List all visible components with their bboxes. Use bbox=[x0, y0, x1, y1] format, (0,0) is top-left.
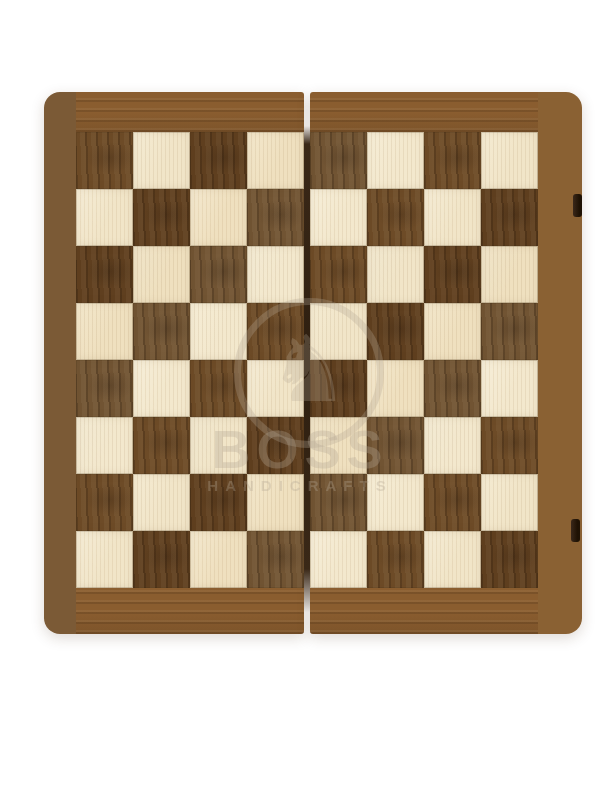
frame-rail-right bbox=[538, 92, 582, 634]
square bbox=[424, 474, 481, 531]
square bbox=[367, 417, 424, 474]
chess-board bbox=[44, 92, 582, 634]
square bbox=[190, 474, 247, 531]
square bbox=[190, 360, 247, 417]
square bbox=[310, 246, 367, 303]
square bbox=[424, 189, 481, 246]
square bbox=[76, 360, 133, 417]
square bbox=[367, 474, 424, 531]
square bbox=[424, 246, 481, 303]
square bbox=[367, 360, 424, 417]
frame-band-top-right bbox=[310, 92, 538, 132]
square bbox=[247, 531, 304, 588]
square bbox=[424, 417, 481, 474]
square bbox=[76, 246, 133, 303]
square bbox=[133, 474, 190, 531]
square bbox=[424, 360, 481, 417]
square bbox=[310, 531, 367, 588]
square bbox=[76, 474, 133, 531]
product-photo-scene: ♞ BOSS HANDICRAFTS bbox=[0, 0, 600, 800]
square bbox=[76, 189, 133, 246]
square bbox=[481, 303, 538, 360]
square bbox=[76, 417, 133, 474]
square bbox=[424, 303, 481, 360]
square bbox=[481, 531, 538, 588]
board-half-left bbox=[44, 92, 304, 634]
square bbox=[76, 531, 133, 588]
square bbox=[310, 360, 367, 417]
square bbox=[133, 189, 190, 246]
square bbox=[190, 417, 247, 474]
square bbox=[247, 303, 304, 360]
square bbox=[481, 189, 538, 246]
square bbox=[481, 360, 538, 417]
square bbox=[247, 132, 304, 189]
square bbox=[247, 246, 304, 303]
square bbox=[310, 417, 367, 474]
square bbox=[424, 531, 481, 588]
square bbox=[367, 246, 424, 303]
square bbox=[367, 132, 424, 189]
square bbox=[247, 417, 304, 474]
square bbox=[481, 246, 538, 303]
square bbox=[76, 132, 133, 189]
frame-rail-left bbox=[44, 92, 76, 634]
square bbox=[481, 474, 538, 531]
square bbox=[133, 132, 190, 189]
latch-top-icon bbox=[573, 194, 582, 217]
board-half-right bbox=[310, 92, 582, 634]
square bbox=[247, 474, 304, 531]
frame-band-top-left bbox=[76, 92, 304, 132]
square bbox=[367, 303, 424, 360]
square bbox=[247, 189, 304, 246]
square bbox=[310, 303, 367, 360]
square bbox=[133, 303, 190, 360]
frame-band-bottom-right bbox=[310, 588, 538, 634]
square bbox=[481, 417, 538, 474]
square bbox=[190, 132, 247, 189]
square bbox=[367, 531, 424, 588]
square bbox=[190, 189, 247, 246]
square bbox=[133, 417, 190, 474]
square bbox=[190, 531, 247, 588]
square bbox=[133, 531, 190, 588]
square bbox=[367, 189, 424, 246]
square bbox=[133, 246, 190, 303]
square bbox=[310, 474, 367, 531]
square bbox=[247, 360, 304, 417]
square bbox=[310, 189, 367, 246]
square bbox=[190, 303, 247, 360]
frame-band-bottom-left bbox=[76, 588, 304, 634]
square bbox=[133, 360, 190, 417]
hinge-seam bbox=[304, 92, 310, 634]
square bbox=[424, 132, 481, 189]
square bbox=[310, 132, 367, 189]
latch-bottom-icon bbox=[571, 519, 580, 542]
square bbox=[481, 132, 538, 189]
square bbox=[190, 246, 247, 303]
square bbox=[76, 303, 133, 360]
